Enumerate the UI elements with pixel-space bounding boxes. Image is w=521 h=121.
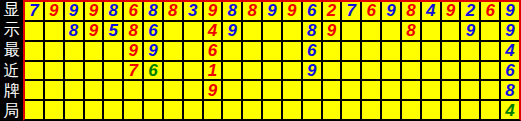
cell-r1c16-value-2: 2 (323, 2, 341, 20)
cell-r3c18 (362, 42, 380, 60)
panel-title-vertical: 显示最近牌局 (0, 0, 23, 121)
cell-r1c2-value-9: 9 (45, 2, 63, 20)
cell-r2c25-value-9: 9 (501, 22, 519, 40)
cell-r1c14-value-9: 9 (283, 2, 301, 20)
cell-r2c20-value-8: 8 (402, 22, 420, 40)
recent-rounds-panel: 显示最近牌局 799986883988996276984926989586498… (0, 0, 521, 121)
cell-r4c12 (243, 62, 261, 80)
title-char: 显 (4, 2, 20, 18)
cell-r1c1-value-7: 7 (25, 2, 43, 20)
cell-r4c7-value-6: 6 (144, 62, 162, 80)
cell-r5c9 (184, 81, 202, 99)
cell-r1c6-value-6: 6 (124, 2, 142, 20)
cell-r4c19 (382, 62, 400, 80)
cell-r6c20 (402, 101, 420, 119)
cell-r2c13 (263, 22, 281, 40)
cell-r4c4 (85, 62, 103, 80)
cell-r1c3-value-9: 9 (65, 2, 83, 20)
cell-r6c10 (204, 101, 222, 119)
cell-r6c22 (442, 101, 460, 119)
cell-r4c5 (104, 62, 122, 80)
cell-r6c24 (481, 101, 499, 119)
cell-r1c7-value-8: 8 (144, 2, 162, 20)
cell-r1c8-value-8: 8 (164, 2, 182, 20)
cell-r3c14 (283, 42, 301, 60)
cell-r3c19 (382, 42, 400, 60)
cell-r1c5-value-8: 8 (104, 2, 122, 20)
cell-r6c15 (303, 101, 321, 119)
cell-r4c24 (481, 62, 499, 80)
cell-r6c5 (104, 101, 122, 119)
cell-r5c14 (283, 81, 301, 99)
cell-r6c8 (164, 101, 182, 119)
cell-r5c23 (461, 81, 479, 99)
cell-r3c8 (164, 42, 182, 60)
cell-r5c10-value-9: 9 (204, 81, 222, 99)
title-char: 最 (4, 42, 20, 58)
cell-r2c16-value-9: 9 (323, 22, 341, 40)
cell-r1c10-value-9: 9 (204, 2, 222, 20)
cell-r5c2 (45, 81, 63, 99)
cell-r1c20-value-8: 8 (402, 2, 420, 20)
title-char: 牌 (4, 83, 20, 99)
cell-r2c3-value-8: 8 (65, 22, 83, 40)
cell-r3c2 (45, 42, 63, 60)
cell-r2c14 (283, 22, 301, 40)
cell-r1c23-value-2: 2 (461, 2, 479, 20)
cell-r1c11-value-8: 8 (223, 2, 241, 20)
cell-r5c15 (303, 81, 321, 99)
cell-r6c11 (223, 101, 241, 119)
cell-r4c22 (442, 62, 460, 80)
cell-r2c2 (45, 22, 63, 40)
cell-r5c8 (164, 81, 182, 99)
cell-r2c8 (164, 22, 182, 40)
cell-r1c13-value-9: 9 (263, 2, 281, 20)
cell-r3c17 (342, 42, 360, 60)
cell-r6c21 (422, 101, 440, 119)
cell-r6c25-value-4: 4 (501, 101, 519, 119)
cell-r4c11 (223, 62, 241, 80)
cell-r4c10-value-1: 1 (204, 62, 222, 80)
cell-r6c6 (124, 101, 142, 119)
cell-r3c25-value-4: 4 (501, 42, 519, 60)
cell-r5c19 (382, 81, 400, 99)
cell-r4c8 (164, 62, 182, 80)
cell-r5c25-value-8: 8 (501, 81, 519, 99)
cell-r1c9-value-3: 3 (184, 2, 202, 20)
cell-r5c17 (342, 81, 360, 99)
cell-r5c6 (124, 81, 142, 99)
title-char: 局 (4, 103, 20, 119)
cell-r5c18 (362, 81, 380, 99)
cell-r3c4 (85, 42, 103, 60)
cell-r6c14 (283, 101, 301, 119)
title-char: 近 (4, 63, 20, 79)
cell-r1c4-value-9: 9 (85, 2, 103, 20)
cell-r4c1 (25, 62, 43, 80)
cell-r5c20 (402, 81, 420, 99)
cell-r4c25-value-6: 6 (501, 62, 519, 80)
cell-r6c7 (144, 101, 162, 119)
cell-r4c13 (263, 62, 281, 80)
cell-r6c13 (263, 101, 281, 119)
cell-r3c1 (25, 42, 43, 60)
cell-r2c17 (342, 22, 360, 40)
cell-r5c11 (223, 81, 241, 99)
cell-r3c21 (422, 42, 440, 60)
cell-r6c12 (243, 101, 261, 119)
cell-r6c19 (382, 101, 400, 119)
cell-r3c13 (263, 42, 281, 60)
cell-r3c22 (442, 42, 460, 60)
cell-r6c1 (25, 101, 43, 119)
results-board: 7999868839889962769849269895864989899996… (23, 0, 521, 121)
cell-r3c10-value-6: 6 (204, 42, 222, 60)
cell-r2c1 (25, 22, 43, 40)
cell-r4c18 (362, 62, 380, 80)
cell-r1c17-value-7: 7 (342, 2, 360, 20)
cell-r2c5-value-5: 5 (104, 22, 122, 40)
cell-r1c24-value-6: 6 (481, 2, 499, 20)
cell-r5c3 (65, 81, 83, 99)
cell-r4c9 (184, 62, 202, 80)
cell-r3c16 (323, 42, 341, 60)
cell-r4c16 (323, 62, 341, 80)
cell-r3c11 (223, 42, 241, 60)
cell-r2c22 (442, 22, 460, 40)
cell-r2c12 (243, 22, 261, 40)
cell-r5c4 (85, 81, 103, 99)
cell-r3c24 (481, 42, 499, 60)
cell-r3c15-value-6: 6 (303, 42, 321, 60)
cell-r1c21-value-4: 4 (422, 2, 440, 20)
cell-r4c6-value-7: 7 (124, 62, 142, 80)
cell-r6c2 (45, 101, 63, 119)
cell-r2c9 (184, 22, 202, 40)
cell-r4c2 (45, 62, 63, 80)
cell-r2c10-value-4: 4 (204, 22, 222, 40)
cell-r4c17 (342, 62, 360, 80)
cell-r2c24 (481, 22, 499, 40)
cell-r1c25-value-9: 9 (501, 2, 519, 20)
cell-r2c7-value-6: 6 (144, 22, 162, 40)
cell-r5c22 (442, 81, 460, 99)
cell-r4c23 (461, 62, 479, 80)
cell-r3c20 (402, 42, 420, 60)
cell-r2c11-value-9: 9 (223, 22, 241, 40)
cell-r6c18 (362, 101, 380, 119)
cell-r2c6-value-8: 8 (124, 22, 142, 40)
cell-r1c15-value-6: 6 (303, 2, 321, 20)
cell-r6c17 (342, 101, 360, 119)
cell-r6c4 (85, 101, 103, 119)
cell-r4c14 (283, 62, 301, 80)
cell-r1c22-value-9: 9 (442, 2, 460, 20)
cell-r4c15-value-9: 9 (303, 62, 321, 80)
cell-r2c21 (422, 22, 440, 40)
cell-r5c21 (422, 81, 440, 99)
cell-r5c16 (323, 81, 341, 99)
cell-r2c4-value-9: 9 (85, 22, 103, 40)
cell-r2c19 (382, 22, 400, 40)
cell-r5c24 (481, 81, 499, 99)
cell-r3c3 (65, 42, 83, 60)
cell-r3c12 (243, 42, 261, 60)
cell-r2c23-value-9: 9 (461, 22, 479, 40)
cell-r3c9 (184, 42, 202, 60)
cell-r4c20 (402, 62, 420, 80)
cell-r4c21 (422, 62, 440, 80)
cell-r1c19-value-9: 9 (382, 2, 400, 20)
title-char: 示 (4, 22, 20, 38)
cell-r1c12-value-8: 8 (243, 2, 261, 20)
cell-r3c7-value-9: 9 (144, 42, 162, 60)
cell-r6c3 (65, 101, 83, 119)
cell-r3c23 (461, 42, 479, 60)
cell-r5c7 (144, 81, 162, 99)
cell-r6c16 (323, 101, 341, 119)
cell-r6c9 (184, 101, 202, 119)
cell-r5c5 (104, 81, 122, 99)
cell-r3c5 (104, 42, 122, 60)
cell-r5c1 (25, 81, 43, 99)
cell-r6c23 (461, 101, 479, 119)
cell-r5c12 (243, 81, 261, 99)
cell-r2c15-value-8: 8 (303, 22, 321, 40)
cell-r5c13 (263, 81, 281, 99)
cell-r4c3 (65, 62, 83, 80)
cell-r2c18 (362, 22, 380, 40)
cell-r3c6-value-9: 9 (124, 42, 142, 60)
cell-r1c18-value-6: 6 (362, 2, 380, 20)
